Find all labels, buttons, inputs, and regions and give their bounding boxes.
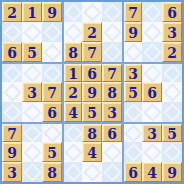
given-digit: 8	[68, 45, 78, 60]
cell-r8c2[interactable]	[22, 142, 42, 162]
given-tile: 5	[162, 124, 182, 142]
cell-r7c4[interactable]	[62, 122, 82, 142]
cell-r1c4[interactable]	[62, 2, 82, 22]
cell-r1c5[interactable]	[82, 2, 102, 22]
cell-r5c6: 8	[102, 82, 122, 102]
given-digit: 1	[27, 5, 37, 20]
cell-r7c6: 6	[102, 122, 122, 142]
cell-r3c3[interactable]	[42, 42, 62, 62]
cell-r3c8[interactable]	[142, 42, 162, 62]
given-digit: 4	[87, 145, 97, 160]
given-tile: 3	[102, 102, 122, 122]
given-digit: 2	[7, 5, 17, 20]
given-tile: 3	[162, 22, 182, 42]
given-tile: 6	[102, 124, 122, 142]
diamond-pattern	[143, 3, 161, 21]
cell-r5c1[interactable]	[2, 82, 22, 102]
given-tile: 9	[82, 82, 102, 102]
cell-r5c7: 5	[122, 82, 142, 102]
given-tile: 8	[42, 162, 62, 182]
cell-r4c4: 1	[62, 62, 82, 82]
given-tile: 9	[124, 22, 142, 42]
given-digit: 5	[87, 105, 97, 120]
given-digit: 8	[87, 126, 97, 141]
diamond-pattern	[43, 23, 61, 41]
cell-r5c3: 7	[42, 82, 62, 102]
cell-r7c7[interactable]	[122, 122, 142, 142]
given-tile: 8	[64, 42, 82, 62]
given-tile: 8	[82, 124, 102, 142]
diamond-pattern	[43, 124, 61, 142]
diamond-pattern	[143, 143, 161, 161]
diamond-pattern	[23, 103, 41, 121]
given-tile: 6	[2, 42, 22, 62]
cell-r1c1: 2	[2, 2, 22, 22]
given-tile: 2	[162, 42, 182, 62]
cell-r4c2[interactable]	[22, 62, 42, 82]
given-digit: 6	[47, 105, 57, 120]
cell-r4c7: 3	[122, 62, 142, 82]
cell-r6c8[interactable]	[142, 102, 162, 122]
given-digit: 7	[47, 85, 57, 100]
given-digit: 6	[167, 5, 177, 20]
given-digit: 2	[167, 45, 177, 60]
cell-r3c4: 8	[62, 42, 82, 62]
diamond-pattern	[143, 43, 161, 61]
cell-r2c3[interactable]	[42, 22, 62, 42]
cell-r3c1: 6	[2, 42, 22, 62]
given-tile: 3	[142, 124, 162, 142]
given-digit: 6	[7, 45, 17, 60]
cell-r3c6[interactable]	[102, 42, 122, 62]
diamond-pattern	[103, 163, 121, 181]
given-tile: 7	[2, 124, 22, 142]
cell-r2c5: 2	[82, 22, 102, 42]
cell-r9c2[interactable]	[22, 162, 42, 182]
cell-r8c1: 9	[2, 142, 22, 162]
cell-r9c1: 3	[2, 162, 22, 182]
diamond-pattern	[143, 64, 161, 82]
diamond-pattern	[143, 23, 161, 41]
given-tile: 4	[142, 162, 162, 182]
given-tile: 6	[42, 102, 62, 122]
cell-r1c7: 7	[122, 2, 142, 22]
cell-r4c6: 7	[102, 62, 122, 82]
given-tile: 8	[102, 82, 122, 102]
sudoku-board: 2197629365872167337298566453786359543864…	[0, 0, 184, 184]
given-tile: 6	[124, 162, 142, 182]
given-tile: 2	[82, 22, 102, 42]
diamond-pattern	[64, 124, 82, 142]
given-digit: 4	[68, 105, 78, 120]
cell-r4c8[interactable]	[142, 62, 162, 82]
given-digit: 6	[107, 126, 117, 141]
given-digit: 8	[107, 85, 117, 100]
cell-r7c9: 5	[162, 122, 182, 142]
cell-r4c5: 6	[82, 62, 102, 82]
cell-r8c9[interactable]	[162, 142, 182, 162]
given-digit: 7	[87, 45, 97, 60]
given-digit: 5	[47, 145, 57, 160]
cell-r1c9: 6	[162, 2, 182, 22]
cell-r6c3: 6	[42, 102, 62, 122]
given-tile: 3	[124, 64, 142, 82]
given-tile: 7	[42, 82, 62, 102]
cell-r2c1[interactable]	[2, 22, 22, 42]
diamond-pattern	[43, 43, 61, 61]
diamond-pattern	[163, 64, 181, 82]
cell-r3c5: 7	[82, 42, 102, 62]
diamond-pattern	[64, 3, 82, 21]
given-tile: 3	[2, 162, 22, 182]
given-tile: 2	[64, 82, 82, 102]
cell-r9c6[interactable]	[102, 162, 122, 182]
diamond-pattern	[124, 143, 142, 161]
diamond-pattern	[23, 23, 41, 41]
cell-r8c6[interactable]	[102, 142, 122, 162]
cell-r2c9: 3	[162, 22, 182, 42]
cell-r6c6: 3	[102, 102, 122, 122]
diamond-pattern	[43, 64, 61, 82]
given-digit: 3	[27, 85, 37, 100]
diamond-pattern	[64, 143, 82, 161]
cell-r1c8[interactable]	[142, 2, 162, 22]
cell-r1c3: 9	[42, 2, 62, 22]
diamond-pattern	[23, 163, 41, 181]
given-tile: 9	[2, 142, 22, 162]
cell-r2c4[interactable]	[62, 22, 82, 42]
diamond-pattern	[163, 83, 181, 101]
cell-r9c5[interactable]	[82, 162, 102, 182]
given-tile: 7	[82, 42, 102, 62]
cell-r6c4: 4	[62, 102, 82, 122]
given-digit: 5	[167, 126, 177, 141]
given-digit: 9	[47, 5, 57, 20]
given-digit: 7	[7, 126, 17, 141]
diamond-pattern	[3, 23, 21, 41]
cell-r8c3: 5	[42, 142, 62, 162]
cell-r7c1: 7	[2, 122, 22, 142]
diamond-pattern	[124, 43, 142, 61]
cell-r3c2: 5	[22, 42, 42, 62]
diamond-pattern	[3, 103, 21, 121]
cell-r8c8[interactable]	[142, 142, 162, 162]
given-digit: 3	[107, 105, 117, 120]
given-digit: 7	[107, 66, 117, 81]
cell-r5c9[interactable]	[162, 82, 182, 102]
cell-r4c3[interactable]	[42, 62, 62, 82]
cell-r6c5: 5	[82, 102, 102, 122]
diamond-pattern	[23, 143, 41, 161]
cell-r5c5: 9	[82, 82, 102, 102]
given-tile: 9	[162, 162, 182, 182]
cell-r7c8: 3	[142, 122, 162, 142]
cell-r5c4: 2	[62, 82, 82, 102]
cell-r9c7: 6	[122, 162, 142, 182]
cell-r9c8: 4	[142, 162, 162, 182]
diamond-pattern	[83, 3, 101, 21]
cell-r7c2[interactable]	[22, 122, 42, 142]
given-digit: 3	[128, 66, 138, 81]
given-digit: 6	[87, 66, 97, 81]
cell-r9c9: 9	[162, 162, 182, 182]
given-tile: 2	[2, 2, 22, 22]
cell-r9c4[interactable]	[62, 162, 82, 182]
given-digit: 2	[87, 25, 97, 40]
given-tile: 7	[124, 2, 142, 22]
cell-r1c2: 1	[22, 2, 42, 22]
cell-r8c4[interactable]	[62, 142, 82, 162]
given-digit: 3	[7, 165, 17, 180]
cell-r6c2[interactable]	[22, 102, 42, 122]
diamond-pattern	[23, 64, 41, 82]
diamond-pattern	[83, 163, 101, 181]
cell-r5c8: 6	[142, 82, 162, 102]
diamond-pattern	[103, 43, 121, 61]
given-digit: 7	[128, 5, 138, 20]
diamond-pattern	[64, 23, 82, 41]
given-tile: 6	[82, 64, 102, 82]
given-digit: 9	[7, 145, 17, 160]
given-tile: 1	[22, 2, 42, 22]
diamond-pattern	[163, 143, 181, 161]
cell-r6c9[interactable]	[162, 102, 182, 122]
given-digit: 6	[128, 165, 138, 180]
cell-r5c2: 3	[22, 82, 42, 102]
given-tile: 5	[82, 102, 102, 122]
given-digit: 6	[147, 85, 157, 100]
given-digit: 9	[128, 25, 138, 40]
diamond-pattern	[64, 163, 82, 181]
cell-r6c7[interactable]	[122, 102, 142, 122]
cell-r9c3: 8	[42, 162, 62, 182]
given-digit: 3	[167, 25, 177, 40]
diamond-pattern	[103, 3, 121, 21]
cell-r7c5: 8	[82, 122, 102, 142]
cell-r2c7: 9	[122, 22, 142, 42]
cell-r7c3[interactable]	[42, 122, 62, 142]
cell-r2c8[interactable]	[142, 22, 162, 42]
given-tile: 4	[64, 102, 82, 122]
diamond-pattern	[103, 143, 121, 161]
cell-r2c2[interactable]	[22, 22, 42, 42]
diamond-pattern	[3, 64, 21, 82]
given-tile: 6	[162, 2, 182, 22]
given-tile: 5	[42, 142, 62, 162]
given-digit: 9	[87, 85, 97, 100]
cell-r2c6[interactable]	[102, 22, 122, 42]
given-digit: 8	[47, 165, 57, 180]
cell-r6c1[interactable]	[2, 102, 22, 122]
cell-r4c9[interactable]	[162, 62, 182, 82]
diamond-pattern	[23, 124, 41, 142]
given-tile: 1	[64, 64, 82, 82]
cell-r8c7[interactable]	[122, 142, 142, 162]
diamond-pattern	[163, 103, 181, 121]
given-tile: 4	[82, 142, 102, 162]
given-digit: 4	[147, 165, 157, 180]
given-tile: 3	[22, 82, 42, 102]
cell-r3c7[interactable]	[122, 42, 142, 62]
given-tile: 7	[102, 64, 122, 82]
cell-r3c9: 2	[162, 42, 182, 62]
given-tile: 9	[42, 2, 62, 22]
cell-r8c5: 4	[82, 142, 102, 162]
given-digit: 5	[128, 85, 138, 100]
given-digit: 5	[27, 45, 37, 60]
diamond-pattern	[143, 103, 161, 121]
diamond-pattern	[124, 103, 142, 121]
cell-r4c1[interactable]	[2, 62, 22, 82]
given-tile: 5	[22, 42, 42, 62]
given-tile: 5	[124, 82, 142, 102]
diamond-pattern	[124, 124, 142, 142]
given-digit: 2	[68, 85, 78, 100]
given-digit: 1	[68, 66, 78, 81]
cell-r1c6[interactable]	[102, 2, 122, 22]
diamond-pattern	[103, 23, 121, 41]
given-digit: 9	[167, 165, 177, 180]
given-digit: 3	[147, 126, 157, 141]
diamond-pattern	[3, 83, 21, 101]
given-tile: 6	[142, 82, 162, 102]
